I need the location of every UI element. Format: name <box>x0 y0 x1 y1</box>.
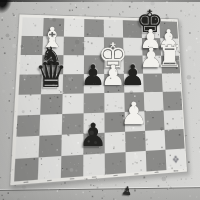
square-e2[interactable] <box>105 132 126 154</box>
square-b4[interactable] <box>40 94 62 115</box>
coordinate-tick <box>155 172 158 173</box>
white-pawn-f3[interactable]: ♟ <box>120 98 148 129</box>
fallen-piece[interactable]: ♟ <box>121 184 133 197</box>
square-d8[interactable] <box>84 19 104 37</box>
photo-top-shadow <box>0 0 200 2</box>
coordinate-tick <box>92 177 95 178</box>
square-b2[interactable] <box>39 135 62 158</box>
square-g2[interactable] <box>145 130 165 151</box>
square-b3[interactable] <box>39 114 62 136</box>
shadow-blob-top-left <box>0 0 14 16</box>
square-g1[interactable] <box>146 150 167 172</box>
square-c8[interactable] <box>64 18 84 36</box>
square-a4[interactable] <box>18 94 41 115</box>
coordinate-tick <box>70 178 74 179</box>
square-c1[interactable] <box>61 155 84 178</box>
black-pawn-f5[interactable]: ♟ <box>120 61 145 89</box>
white-rook-h6[interactable]: ♜ <box>156 41 183 71</box>
black-queen-b5[interactable]: ♛ <box>35 56 68 92</box>
square-a1[interactable] <box>14 157 39 181</box>
square-d4[interactable] <box>84 93 105 113</box>
square-d1[interactable] <box>83 153 105 176</box>
square-a3[interactable] <box>16 115 40 137</box>
square-f2[interactable] <box>125 131 146 152</box>
coordinate-tick <box>24 182 28 184</box>
square-b1[interactable] <box>38 156 61 180</box>
square-c4[interactable] <box>62 93 84 114</box>
coordinate-tick <box>175 171 178 172</box>
square-f1[interactable] <box>126 151 147 173</box>
coordinate-tick <box>114 175 117 176</box>
square-h1[interactable]: ❖ <box>165 149 185 171</box>
black-pawn-d2[interactable]: ♟ <box>79 119 108 151</box>
chessboard-photo: ❖ © ········· ♚♝♟♟♞♚♟♜♛♟♟♟♟♟ ♟ <box>0 0 200 200</box>
board-maker-logo: ❖ <box>165 146 186 173</box>
square-g5[interactable] <box>143 74 163 93</box>
square-e1[interactable] <box>105 152 126 175</box>
coordinate-tick <box>135 174 138 175</box>
square-a2[interactable] <box>15 136 39 159</box>
coordinate-tick <box>47 180 51 182</box>
